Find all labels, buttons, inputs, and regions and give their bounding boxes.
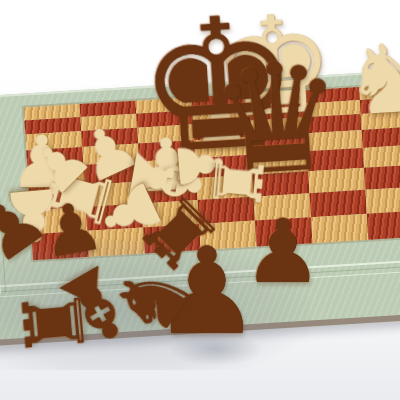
dark-rook-offboard-16[interactable]: ♜ — [12, 283, 98, 361]
chess-set-photo: ♚♞♟♚♟♛ ♟♟♟♟♜♝♟♟♟♜♟♜♟♟♞♝♜ — [0, 0, 400, 400]
off-board-pieces: ♟♟♟♟♜♝♟♟♟♜♟♜♟♟♞♝♜ — [0, 0, 400, 400]
